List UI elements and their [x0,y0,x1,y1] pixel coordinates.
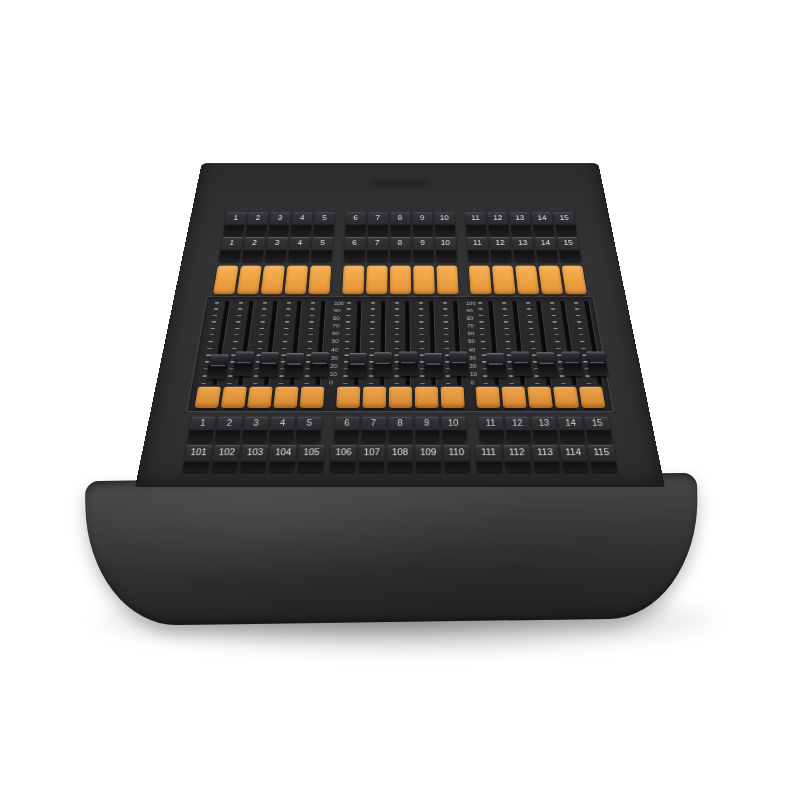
bottom-row2-button-103[interactable]: 103 [240,445,269,472]
key-label: 11 [465,215,485,221]
fader-10 [440,301,469,385]
tick-mark [370,341,374,342]
key-group: 12345 [223,213,335,236]
tick-mark [502,302,506,303]
scale-label: 20 [469,363,480,368]
orange-button-bottom-12[interactable] [501,387,526,408]
top-row1-button-10[interactable]: 10 [434,213,455,236]
bottom-key-row-2: 1011021031041051061071081091101111121131… [183,445,618,472]
product-photo: 123456789101112131415 123456789101112131… [0,0,800,800]
bottom-row1-button-12[interactable]: 12 [505,417,531,442]
top-row1-button-14[interactable]: 14 [531,213,554,236]
fader-knob-7[interactable] [373,352,391,376]
tick-mark [443,302,447,303]
fader-8 [391,301,417,385]
scale-label: 0 [470,380,481,385]
tick-mark [576,315,580,316]
orange-button-bottom-1[interactable] [194,387,221,408]
tick-mark [510,382,515,383]
orange-button-bottom-4[interactable] [273,387,298,408]
tick-mark [531,348,536,349]
key-label: 14 [535,240,556,246]
key-label: 15 [585,419,610,427]
top-row2-button-3[interactable]: 3 [265,237,288,261]
bottom-row2-button-109[interactable]: 109 [415,445,441,472]
fader-knob-11[interactable] [486,353,506,378]
top-row1-button-7[interactable]: 7 [367,213,387,236]
top-row2-button-2[interactable]: 2 [242,237,266,261]
tick-mark [279,382,284,383]
scale-label: 70 [332,323,342,328]
orange-button-bottom-7[interactable] [362,387,386,408]
key-group: 678910 [334,417,466,442]
key-label: 7 [368,215,388,221]
key-group: 106107108109110 [330,445,470,472]
tick-mark [283,341,288,342]
key-label: 13 [532,419,557,427]
tick-mark [395,302,399,303]
top-row1-button-1[interactable]: 1 [223,213,247,236]
key-label: 1 [190,419,215,427]
top-row2-button-7[interactable]: 7 [367,237,388,261]
top-row1-button-13[interactable]: 13 [509,213,532,236]
top-key-row-2: 123456789101112131415 [219,237,582,261]
key-label: 105 [298,448,324,457]
top-row1-button-6[interactable]: 6 [345,213,366,236]
tick-mark [578,328,583,329]
orange-button-top-12[interactable] [492,266,516,295]
top-row1-button-5[interactable]: 5 [313,213,335,236]
key-label: 2 [217,419,242,427]
tick-mark [345,334,349,335]
orange-button-group [476,387,606,408]
orange-button-top-15[interactable] [561,266,587,295]
tick-mark [479,309,483,310]
tick-mark [394,382,399,383]
tick-mark [232,348,237,349]
tick-mark [309,321,313,322]
scale-label: 30 [331,355,342,360]
bottom-row1-button-1[interactable]: 1 [188,417,216,442]
key-label: 9 [415,419,439,427]
tick-mark [556,348,561,349]
top-row2-button-11[interactable]: 11 [467,237,489,261]
tick-mark [394,334,398,335]
orange-button-bottom-13[interactable] [527,387,553,408]
orange-button-bottom-6[interactable] [336,387,360,408]
key-label: 2 [244,240,265,246]
bottom-row1-button-10[interactable]: 10 [441,417,466,442]
tick-mark [201,382,206,383]
tick-mark [214,309,218,310]
tick-mark [577,321,582,322]
bottom-row2-button-110[interactable]: 110 [444,445,471,472]
tick-mark [209,334,214,335]
tick-mark [419,328,423,329]
tick-mark [555,334,560,335]
tick-mark [443,309,447,310]
orange-button-group [336,387,465,408]
tick-mark [370,309,374,310]
orange-button-bottom-9[interactable] [414,387,438,408]
key-group: 1112131415 [478,417,612,442]
tick-mark [478,302,482,303]
key-label: 115 [588,448,615,457]
fader-6 [340,301,368,385]
tick-mark [227,382,232,383]
orange-button-top-13[interactable] [515,266,539,295]
fader-knob-9[interactable] [424,353,443,378]
key-label: 10 [434,215,454,221]
top-row2-button-13[interactable]: 13 [512,237,535,261]
orange-button-top-8[interactable] [389,266,410,295]
bottom-row2-button-108[interactable]: 108 [387,445,413,472]
orange-button-top-11[interactable] [469,266,492,295]
tick-mark [286,315,290,316]
tick-mark [345,341,349,342]
bottom-row1-button-4[interactable]: 4 [269,417,295,442]
key-label: 10 [441,419,465,427]
orange-button-row-top [213,266,587,295]
top-row2-button-9[interactable]: 9 [412,237,433,261]
orange-button-bottom-5[interactable] [300,387,325,408]
tick-mark [237,315,241,316]
bottom-row1-button-8[interactable]: 8 [388,417,412,442]
fader-plate: 1009080706050403020100100908070605040302… [186,296,614,412]
orange-button-top-6[interactable] [342,266,364,295]
tick-mark [311,302,315,303]
tick-mark [446,382,451,383]
key-group: 678910 [345,213,455,236]
key-label: 13 [512,240,533,246]
orange-button-row-bottom [194,387,605,408]
bottom-row2-button-113[interactable]: 113 [532,445,561,472]
key-label: 8 [388,419,412,427]
tick-mark [235,328,240,329]
top-row2-button-5[interactable]: 5 [311,237,333,261]
key-group: 12345 [188,417,322,442]
fader-9 [416,301,443,385]
scale-label: 60 [467,331,478,336]
key-label: 6 [344,240,365,246]
orange-button-top-3[interactable] [261,266,285,295]
tick-mark [236,321,241,322]
tick-mark [503,315,507,316]
key-label: 108 [387,448,412,457]
tick-mark [282,348,287,349]
tick-mark [581,348,586,349]
bottom-row2-button-106[interactable]: 106 [330,445,357,472]
orange-button-bottom-10[interactable] [440,387,464,408]
scale-label: 10 [330,371,341,376]
key-label: 110 [444,448,470,457]
key-label: 113 [532,448,558,457]
key-label: 15 [554,215,575,221]
key-label: 104 [270,448,296,457]
tick-mark [419,309,423,310]
tick-mark [208,341,213,342]
tick-mark [309,328,313,329]
tick-mark [419,334,423,335]
bottom-row1-button-13[interactable]: 13 [531,417,558,442]
tick-mark [368,382,373,383]
tick-mark [310,315,314,316]
tick-mark [394,341,398,342]
key-group: 101102103104105 [183,445,325,472]
key-label: 112 [504,448,530,457]
tick-mark [419,341,423,342]
top-row1-button-4[interactable]: 4 [291,213,313,236]
tick-mark [575,309,579,310]
key-label: 8 [390,240,410,246]
top-row2-button-1[interactable]: 1 [219,237,243,261]
tick-mark [207,348,212,349]
tick-mark [260,328,265,329]
top-row2-button-15[interactable]: 15 [557,237,581,261]
key-label: 1 [221,240,242,246]
fader-knob-8[interactable] [399,352,417,376]
bottom-row2-button-111[interactable]: 111 [475,445,502,472]
orange-button-top-10[interactable] [436,266,458,295]
top-row1-button-8[interactable]: 8 [390,213,410,236]
bottom-row1-button-9[interactable]: 9 [415,417,439,442]
tick-mark [285,321,289,322]
tick-mark [257,348,262,349]
tick-mark [529,328,534,329]
orange-button-group [194,387,324,408]
tick-mark [481,334,485,335]
tick-mark [561,382,566,383]
tick-mark [505,334,510,335]
bottom-row1-button-5[interactable]: 5 [296,417,322,442]
tick-mark [370,315,374,316]
scale-label: 100 [334,301,344,306]
bottom-row2-button-101[interactable]: 101 [183,445,213,472]
tick-mark [587,382,592,383]
scale-label: 80 [333,316,343,321]
top-key-row-1: 123456789101112131415 [223,213,577,236]
key-label: 7 [361,419,385,427]
fader-knob-5[interactable] [309,352,329,376]
bottom-row1-button-2[interactable]: 2 [215,417,242,442]
key-label: 7 [367,240,387,246]
tick-mark [480,328,484,329]
tick-mark [370,334,374,335]
tick-mark [211,328,216,329]
scale-label: 40 [331,347,342,352]
key-label: 106 [331,448,357,457]
tick-mark [212,321,217,322]
bottom-row1-button-14[interactable]: 14 [558,417,585,442]
orange-button-group [213,266,331,295]
tick-mark [239,302,243,303]
key-label: 6 [335,419,359,427]
tick-mark [444,348,449,349]
tick-mark [444,341,448,342]
tick-mark [344,348,349,349]
fader-7 [366,301,392,385]
orange-button-top-1[interactable] [213,266,239,295]
orange-button-top-4[interactable] [284,266,308,295]
tick-mark [528,315,532,316]
fader-knob-10[interactable] [449,352,468,376]
tick-mark [310,309,314,310]
tick-mark [258,341,263,342]
fader-knob-6[interactable] [348,353,367,378]
tick-mark [395,309,399,310]
key-label: 13 [510,215,530,221]
top-row1-button-9[interactable]: 9 [412,213,432,236]
tick-mark [215,302,219,303]
top-row2-button-8[interactable]: 8 [390,237,411,261]
orange-button-top-14[interactable] [538,266,563,295]
scale-label: 0 [329,380,340,385]
top-row1-button-2[interactable]: 2 [246,213,269,236]
key-label: 9 [412,215,432,221]
tick-mark [480,321,484,322]
bottom-row1-button-11[interactable]: 11 [478,417,504,442]
orange-button-group [469,266,587,295]
tick-mark [445,375,450,376]
tick-mark [555,341,560,342]
key-label: 12 [490,240,511,246]
key-label: 10 [435,240,456,246]
tick-mark [228,375,233,376]
tick-mark [505,328,509,329]
top-row2-button-14[interactable]: 14 [535,237,559,261]
key-label: 15 [558,240,579,246]
bottom-row1-button-6[interactable]: 6 [334,417,359,442]
bottom-row1-button-3[interactable]: 3 [242,417,269,442]
bottom-row2-button-102[interactable]: 102 [211,445,240,472]
bottom-row2-button-115[interactable]: 115 [588,445,618,472]
orange-button-top-7[interactable] [366,266,388,295]
key-label: 3 [267,240,288,246]
tick-mark [574,302,578,303]
tick-mark [479,315,483,316]
bottom-row2-button-107[interactable]: 107 [358,445,384,472]
tick-mark [552,315,556,316]
fader-knob-4[interactable] [284,353,304,378]
tick-mark [304,382,309,383]
bottom-row1-button-15[interactable]: 15 [584,417,612,442]
scale-label: 30 [469,355,480,360]
bottom-row2-button-104[interactable]: 104 [269,445,297,472]
key-group: 1112131415 [465,213,577,236]
bottom-key-row-1: 123456789101112131415 [188,417,612,442]
fader-knob-15[interactable] [586,352,608,376]
key-label: 5 [314,215,334,221]
key-label: 114 [560,448,586,457]
tick-mark [419,315,423,316]
scale-label: 100 [466,301,476,306]
tick-mark [213,315,218,316]
tick-mark [444,328,448,329]
tick-mark [506,348,511,349]
bottom-row1-button-7[interactable]: 7 [361,417,385,442]
key-label: 11 [479,419,503,427]
bottom-row2-button-105[interactable]: 105 [297,445,324,472]
tick-mark [345,328,349,329]
top-row1-button-3[interactable]: 3 [268,213,291,236]
bottom-row2-button-112[interactable]: 112 [504,445,532,472]
top-row2-button-10[interactable]: 10 [435,237,456,261]
key-label: 3 [270,215,290,221]
tick-mark [346,309,350,310]
key-label: 4 [292,215,312,221]
scale-label: 90 [466,308,476,313]
scale-label: 50 [332,339,343,344]
key-label: 107 [359,448,384,457]
top-row1-button-11[interactable]: 11 [465,213,487,236]
orange-button-top-2[interactable] [237,266,262,295]
key-label: 102 [213,448,239,457]
tick-mark [580,341,585,342]
tick-mark [238,309,242,310]
key-label: 14 [532,215,553,221]
tick-mark [528,321,532,322]
top-row2-button-6[interactable]: 6 [344,237,365,261]
orange-button-top-5[interactable] [308,266,331,295]
tick-mark [553,321,558,322]
tick-mark [550,302,554,303]
scale-label: 20 [330,363,341,368]
key-label: 4 [289,240,310,246]
key-label: 4 [270,419,295,427]
tick-mark [284,334,289,335]
key-group: 1112131415 [467,237,582,261]
tick-mark [346,315,350,316]
orange-button-bottom-3[interactable] [247,387,273,408]
bottom-row2-button-114[interactable]: 114 [560,445,589,472]
tick-mark [370,328,374,329]
fader-group [198,301,332,385]
tick-mark [554,328,559,329]
tick-mark [308,334,312,335]
tick-mark [579,334,584,335]
key-label: 6 [346,215,366,221]
scale-label: 80 [466,316,476,321]
orange-button-bottom-15[interactable] [579,387,606,408]
orange-button-bottom-11[interactable] [476,387,501,408]
key-label: 111 [476,448,502,457]
scale-label: 60 [332,331,343,336]
orange-button-bottom-2[interactable] [221,387,247,408]
tick-mark [347,302,351,303]
scale-label: 40 [468,347,479,352]
tick-mark [371,302,375,303]
key-label: 103 [242,448,268,457]
tick-mark [503,309,507,310]
top-row2-button-12[interactable]: 12 [489,237,512,261]
tick-mark [444,334,448,335]
tick-mark [370,321,374,322]
tick-mark [262,309,266,310]
key-label: 3 [244,419,269,427]
orange-button-bottom-8[interactable] [388,387,411,408]
orange-button-bottom-14[interactable] [553,387,579,408]
tick-mark [284,328,288,329]
tick-mark [369,375,374,376]
scale-label: 50 [468,339,479,344]
top-row1-button-12[interactable]: 12 [487,213,509,236]
key-label: 1 [226,215,247,221]
top-row2-button-4[interactable]: 4 [288,237,311,261]
tick-mark [263,302,267,303]
top-row1-button-15[interactable]: 15 [553,213,577,236]
tick-mark [506,341,511,342]
orange-button-top-9[interactable] [413,266,435,295]
